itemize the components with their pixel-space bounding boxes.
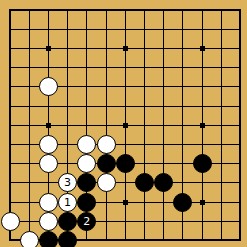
- star-point: [46, 46, 51, 51]
- star-point: [200, 200, 205, 205]
- black-stone: [193, 154, 212, 173]
- black-stone: [97, 154, 116, 173]
- move-number-label: 3: [64, 177, 71, 188]
- black-stone: [173, 193, 192, 212]
- white-stone: [97, 173, 116, 192]
- white-stone: [1, 212, 20, 231]
- move-number-label: 2: [83, 216, 90, 227]
- white-stone: [39, 193, 58, 212]
- go-diagram: 312: [0, 0, 247, 247]
- star-point: [46, 123, 51, 128]
- black-stone: [58, 212, 77, 231]
- grid-line: [144, 10, 145, 240]
- star-point: [200, 123, 205, 128]
- grid-line: [221, 10, 222, 240]
- star-point: [123, 46, 128, 51]
- black-stone: 2: [77, 212, 96, 231]
- star-point: [123, 123, 128, 128]
- move-number-label: 1: [64, 197, 71, 208]
- go-board: 312: [0, 0, 247, 247]
- white-stone: [20, 231, 39, 247]
- grid-line: [163, 10, 164, 240]
- grid-line: [10, 182, 240, 183]
- white-stone: [97, 135, 116, 154]
- black-stone: [116, 154, 135, 173]
- black-stone: [58, 231, 77, 247]
- white-stone: 1: [58, 193, 77, 212]
- black-stone: [77, 193, 96, 212]
- star-point: [123, 200, 128, 205]
- star-point: [200, 46, 205, 51]
- white-stone: [39, 135, 58, 154]
- black-stone: [39, 231, 58, 247]
- white-stone: [39, 212, 58, 231]
- white-stone: [39, 154, 58, 173]
